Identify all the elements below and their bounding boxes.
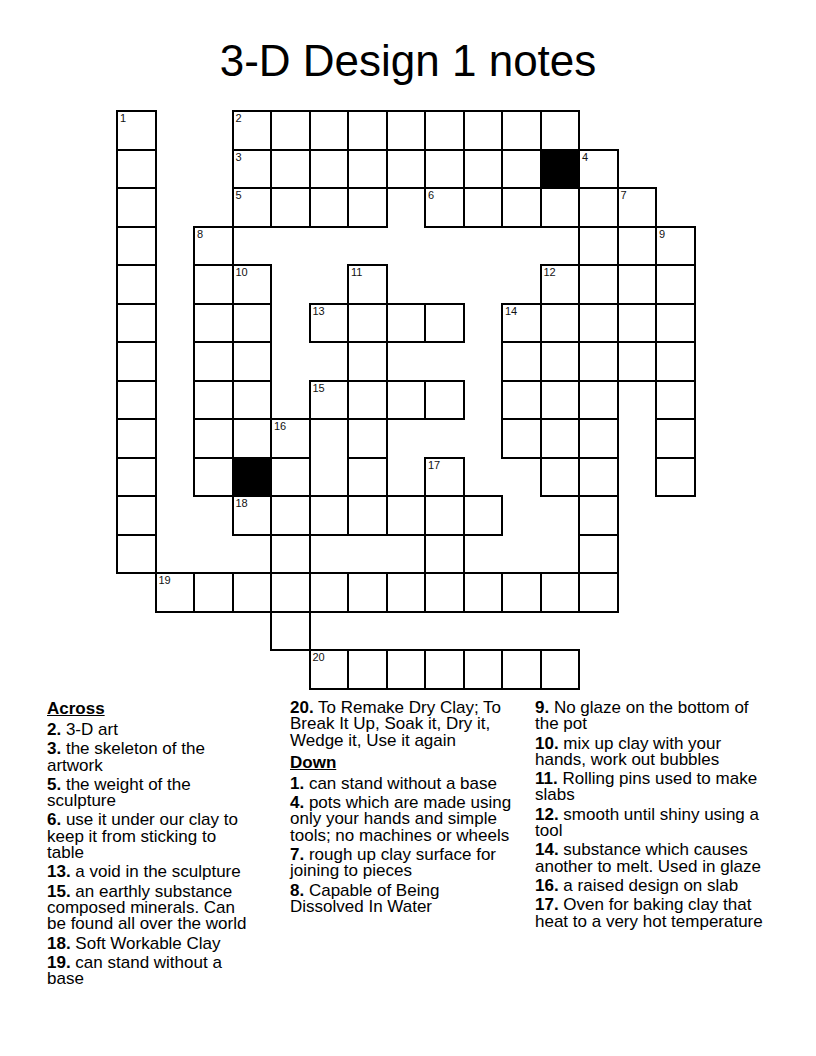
grid-cell-r1c12[interactable]: 4 <box>578 149 619 190</box>
cell-number: 6 <box>428 189 434 202</box>
grid-cell-r1c8[interactable] <box>424 149 465 190</box>
cell-number: 18 <box>236 497 248 510</box>
grid-cell-r6c11[interactable] <box>540 341 581 382</box>
grid-cell-r14c7[interactable] <box>386 649 427 690</box>
blocked-cell-r1c11 <box>540 149 581 190</box>
grid-cell-r6c0[interactable] <box>116 341 157 382</box>
cell-number: 5 <box>236 189 242 202</box>
grid-cell-r1c5[interactable] <box>309 149 350 190</box>
grid-cell-r9c12[interactable] <box>578 457 619 498</box>
clue-down-9: 9. No glaze on the bottom of the pot <box>535 700 768 733</box>
grid-cell-r10c9[interactable] <box>463 495 504 536</box>
grid-cell-r9c4[interactable] <box>270 457 311 498</box>
grid-cell-r6c13[interactable] <box>617 341 658 382</box>
grid-cell-r12c10[interactable] <box>501 572 542 613</box>
grid-cell-r2c11[interactable] <box>540 187 581 228</box>
grid-cell-r14c10[interactable] <box>501 649 542 690</box>
grid-cell-r8c3[interactable] <box>232 418 273 459</box>
cell-number: 3 <box>236 151 242 164</box>
middle-clues-column: 20. To Remake Dry Clay; To Break It Up, … <box>290 700 512 918</box>
cell-number: 19 <box>159 574 171 587</box>
clue-across-3: 3. the skeleton of the artwork <box>47 741 257 774</box>
grid-cell-r8c10[interactable] <box>501 418 542 459</box>
grid-cell-r9c8[interactable]: 17 <box>424 457 465 498</box>
grid-cell-r14c8[interactable] <box>424 649 465 690</box>
grid-cell-r10c4[interactable] <box>270 495 311 536</box>
grid-cell-r5c13[interactable] <box>617 303 658 344</box>
grid-cell-r5c8[interactable] <box>424 303 465 344</box>
grid-cell-r12c11[interactable] <box>540 572 581 613</box>
clue-down-10: 10. mix up clay with your hands, work ou… <box>535 736 768 769</box>
grid-cell-r10c12[interactable] <box>578 495 619 536</box>
clue-down-14: 14. substance which causes another to me… <box>535 842 768 875</box>
grid-cell-r9c2[interactable] <box>193 457 234 498</box>
grid-cell-r2c5[interactable] <box>309 187 350 228</box>
grid-cell-r5c2[interactable] <box>193 303 234 344</box>
grid-cell-r2c3[interactable]: 5 <box>232 187 273 228</box>
grid-cell-r1c6[interactable] <box>347 149 388 190</box>
grid-cell-r4c6[interactable]: 11 <box>347 264 388 305</box>
grid-cell-r8c0[interactable] <box>116 418 157 459</box>
grid-cell-r1c3[interactable]: 3 <box>232 149 273 190</box>
grid-cell-r12c4[interactable] <box>270 572 311 613</box>
grid-cell-r12c7[interactable] <box>386 572 427 613</box>
grid-cell-r3c13[interactable] <box>617 226 658 267</box>
grid-cell-r7c3[interactable] <box>232 380 273 421</box>
cell-number: 20 <box>313 651 325 664</box>
grid-cell-r5c5[interactable]: 13 <box>309 303 350 344</box>
grid-cell-r4c11[interactable]: 12 <box>540 264 581 305</box>
grid-cell-r5c10[interactable]: 14 <box>501 303 542 344</box>
grid-cell-r3c14[interactable]: 9 <box>655 226 696 267</box>
grid-cell-r5c6[interactable] <box>347 303 388 344</box>
grid-cell-r11c12[interactable] <box>578 534 619 575</box>
grid-cell-r9c0[interactable] <box>116 457 157 498</box>
cell-number: 12 <box>544 266 556 279</box>
grid-cell-r0c6[interactable] <box>347 110 388 151</box>
grid-cell-r1c9[interactable] <box>463 149 504 190</box>
clue-across-13: 13. a void in the sculpture <box>47 864 257 880</box>
cell-number: 9 <box>659 228 665 241</box>
grid-cell-r4c2[interactable] <box>193 264 234 305</box>
grid-cell-r7c2[interactable] <box>193 380 234 421</box>
grid-cell-r0c9[interactable] <box>463 110 504 151</box>
grid-cell-r6c14[interactable] <box>655 341 696 382</box>
grid-cell-r5c14[interactable] <box>655 303 696 344</box>
grid-cell-r12c1[interactable]: 19 <box>155 572 196 613</box>
cell-number: 14 <box>505 305 517 318</box>
cell-number: 10 <box>236 266 248 279</box>
grid-cell-r12c9[interactable] <box>463 572 504 613</box>
grid-cell-r4c13[interactable] <box>617 264 658 305</box>
grid-cell-r8c6[interactable] <box>347 418 388 459</box>
cell-number: 4 <box>582 151 588 164</box>
grid-cell-r5c3[interactable] <box>232 303 273 344</box>
clue-down-11: 11. Rolling pins used to make slabs <box>535 771 768 804</box>
grid-cell-r3c2[interactable]: 8 <box>193 226 234 267</box>
grid-cell-r5c12[interactable] <box>578 303 619 344</box>
grid-cell-r2c12[interactable] <box>578 187 619 228</box>
page-title: 3-D Design 1 notes <box>0 36 816 86</box>
grid-cell-r11c4[interactable] <box>270 534 311 575</box>
grid-cell-r3c0[interactable] <box>116 226 157 267</box>
grid-cell-r10c7[interactable] <box>386 495 427 536</box>
grid-cell-r7c14[interactable] <box>655 380 696 421</box>
grid-cell-r0c4[interactable] <box>270 110 311 151</box>
grid-cell-r13c4[interactable] <box>270 611 311 652</box>
grid-cell-r14c6[interactable] <box>347 649 388 690</box>
grid-cell-r8c4[interactable]: 16 <box>270 418 311 459</box>
grid-cell-r6c2[interactable] <box>193 341 234 382</box>
blocked-cell-r9c3 <box>232 457 273 498</box>
grid-cell-r12c2[interactable] <box>193 572 234 613</box>
grid-cell-r7c8[interactable] <box>424 380 465 421</box>
grid-cell-r9c11[interactable] <box>540 457 581 498</box>
across-clues-list-2: 20. To Remake Dry Clay; To Break It Up, … <box>290 700 512 749</box>
grid-cell-r12c6[interactable] <box>347 572 388 613</box>
clue-across-5: 5. the weight of the sculpture <box>47 777 257 810</box>
grid-cell-r11c0[interactable] <box>116 534 157 575</box>
cell-number: 16 <box>274 420 286 433</box>
grid-cell-r5c0[interactable] <box>116 303 157 344</box>
clue-down-1: 1. can stand without a base <box>290 776 512 792</box>
grid-cell-r12c5[interactable] <box>309 572 350 613</box>
clue-across-19: 19. can stand without a base <box>47 955 257 988</box>
grid-cell-r12c8[interactable] <box>424 572 465 613</box>
grid-cell-r4c3[interactable]: 10 <box>232 264 273 305</box>
grid-cell-r2c13[interactable]: 7 <box>617 187 658 228</box>
grid-cell-r2c8[interactable]: 6 <box>424 187 465 228</box>
grid-cell-r0c10[interactable] <box>501 110 542 151</box>
grid-cell-r1c4[interactable] <box>270 149 311 190</box>
grid-cell-r8c2[interactable] <box>193 418 234 459</box>
down-clues-list-2: 9. No glaze on the bottom of the pot10. … <box>535 700 768 930</box>
grid-cell-r10c6[interactable] <box>347 495 388 536</box>
grid-cell-r7c5[interactable]: 15 <box>309 380 350 421</box>
grid-cell-r1c7[interactable] <box>386 149 427 190</box>
across-clues-list-1: 2. 3-D art3. the skeleton of the artwork… <box>47 722 257 987</box>
clue-down-7: 7. rough up clay surface for joining to … <box>290 847 512 880</box>
grid-cell-r4c12[interactable] <box>578 264 619 305</box>
cell-number: 8 <box>197 228 203 241</box>
down-clues-column: 9. No glaze on the bottom of the pot10. … <box>535 700 768 933</box>
grid-cell-r9c14[interactable] <box>655 457 696 498</box>
grid-cell-r1c0[interactable] <box>116 149 157 190</box>
grid-cell-r0c7[interactable] <box>386 110 427 151</box>
grid-cell-r7c6[interactable] <box>347 380 388 421</box>
grid-cell-r9c6[interactable] <box>347 457 388 498</box>
clue-down-16: 16. a raised design on slab <box>535 878 768 894</box>
grid-cell-r10c5[interactable] <box>309 495 350 536</box>
cell-number: 1 <box>120 112 126 125</box>
clue-across-6: 6. use it under our clay to keep it from… <box>47 812 257 861</box>
grid-cell-r0c5[interactable] <box>309 110 350 151</box>
grid-cell-r2c6[interactable] <box>347 187 388 228</box>
grid-cell-r7c12[interactable] <box>578 380 619 421</box>
grid-cell-r14c11[interactable] <box>540 649 581 690</box>
clue-down-4: 4. pots which are made using only your h… <box>290 795 512 844</box>
clue-down-12: 12. smooth until shiny using a tool <box>535 807 768 840</box>
clue-down-17: 17. Oven for baking clay that heat to a … <box>535 897 768 930</box>
grid-cell-r2c0[interactable] <box>116 187 157 228</box>
grid-cell-r7c11[interactable] <box>540 380 581 421</box>
cell-number: 15 <box>313 382 325 395</box>
grid-cell-r12c12[interactable] <box>578 572 619 613</box>
grid-cell-r3c12[interactable] <box>578 226 619 267</box>
grid-cell-r5c7[interactable] <box>386 303 427 344</box>
clue-across-2: 2. 3-D art <box>47 722 257 738</box>
grid-cell-r11c8[interactable] <box>424 534 465 575</box>
grid-cell-r2c10[interactable] <box>501 187 542 228</box>
cell-number: 13 <box>313 305 325 318</box>
clue-across-18: 18. Soft Workable Clay <box>47 936 257 952</box>
grid-cell-r10c8[interactable] <box>424 495 465 536</box>
cell-number: 2 <box>236 112 242 125</box>
grid-cell-r12c3[interactable] <box>232 572 273 613</box>
across-header: Across <box>47 700 257 717</box>
down-clues-list-1: 1. can stand without a base4. pots which… <box>290 776 512 915</box>
grid-cell-r4c0[interactable] <box>116 264 157 305</box>
grid-cell-r0c0[interactable]: 1 <box>116 110 157 151</box>
grid-cell-r6c12[interactable] <box>578 341 619 382</box>
grid-cell-r0c11[interactable] <box>540 110 581 151</box>
grid-cell-r8c14[interactable] <box>655 418 696 459</box>
grid-cell-r7c7[interactable] <box>386 380 427 421</box>
grid-cell-r8c11[interactable] <box>540 418 581 459</box>
cell-number: 11 <box>351 266 362 279</box>
down-header: Down <box>290 754 512 771</box>
grid-cell-r7c10[interactable] <box>501 380 542 421</box>
grid-cell-r14c5[interactable]: 20 <box>309 649 350 690</box>
clue-across-15: 15. an earthly substance composed minera… <box>47 884 257 933</box>
grid-cell-r8c12[interactable] <box>578 418 619 459</box>
grid-cell-r6c3[interactable] <box>232 341 273 382</box>
grid-cell-r7c0[interactable] <box>116 380 157 421</box>
grid-cell-r1c10[interactable] <box>501 149 542 190</box>
grid-cell-r0c8[interactable] <box>424 110 465 151</box>
grid-cell-r6c10[interactable] <box>501 341 542 382</box>
grid-cell-r14c9[interactable] <box>463 649 504 690</box>
grid-cell-r10c3[interactable]: 18 <box>232 495 273 536</box>
clue-across-20: 20. To Remake Dry Clay; To Break It Up, … <box>290 700 512 749</box>
grid-cell-r0c3[interactable]: 2 <box>232 110 273 151</box>
crossword-grid: 1234567891011121314151617181920 <box>116 110 696 690</box>
grid-cell-r4c14[interactable] <box>655 264 696 305</box>
grid-cell-r2c4[interactable] <box>270 187 311 228</box>
clue-down-8: 8. Capable of Being Dissolved In Water <box>290 883 512 916</box>
grid-cell-r5c11[interactable] <box>540 303 581 344</box>
grid-cell-r6c6[interactable] <box>347 341 388 382</box>
grid-cell-r2c9[interactable] <box>463 187 504 228</box>
page: 3-D Design 1 notes 123456789101112131415… <box>0 0 816 1056</box>
cell-number: 17 <box>428 459 440 472</box>
across-clues-column: Across 2. 3-D art3. the skeleton of the … <box>47 700 257 990</box>
cell-number: 7 <box>621 189 627 202</box>
grid-cell-r10c0[interactable] <box>116 495 157 536</box>
